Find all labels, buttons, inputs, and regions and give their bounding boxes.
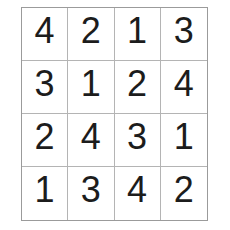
cell-r1c3: 1 [115,8,161,61]
cell-r3c1: 2 [22,114,68,167]
worksheet-page: 4213312424311342 [0,0,230,230]
cell-r4c1: 1 [22,167,68,220]
cell-r1c1: 4 [22,8,68,61]
cell-r2c3: 2 [115,61,161,114]
cell-r2c2: 1 [68,61,114,114]
cell-r4c3: 4 [115,167,161,220]
cell-r2c1: 3 [22,61,68,114]
cell-r3c3: 3 [115,114,161,167]
cell-r4c2: 3 [68,167,114,220]
cell-r3c4: 1 [161,114,207,167]
cell-r1c2: 2 [68,8,114,61]
cell-r3c2: 4 [68,114,114,167]
sudoku-board: 4213312424311342 [21,7,208,221]
cell-r1c4: 3 [161,8,207,61]
cell-r2c4: 4 [161,61,207,114]
cell-r4c4: 2 [161,167,207,220]
